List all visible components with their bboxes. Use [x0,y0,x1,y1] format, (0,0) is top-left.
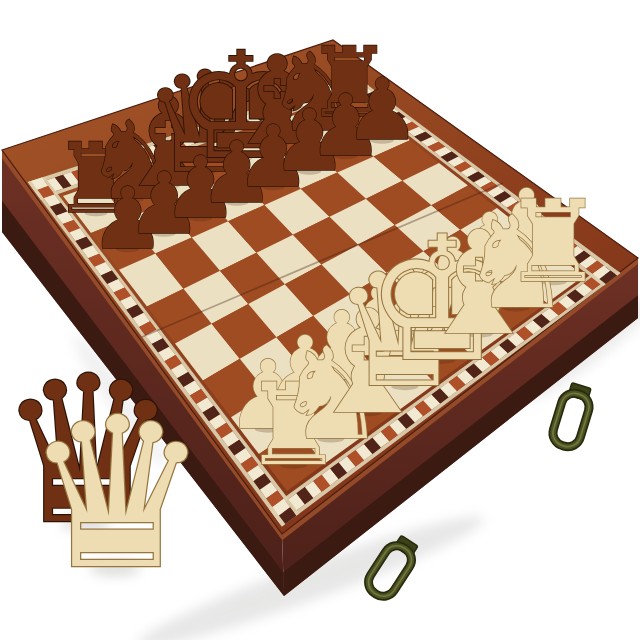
chess-scene-canvas: ♜♞♝♛♚♝♞♜♟♟♟♟♟♟♟♟♟♟♟♟♟♟♟♟♜♞♝♛♚♝♞♜♛♛ [0,0,640,640]
piece-black-p-h7: ♟ [344,60,420,159]
off-board-pieces: ♛♛ [0,333,210,615]
piece-white-r-h1: ♜ [503,176,604,308]
chess-set-product-photo: ♜♞♝♛♚♝♞♜♟♟♟♟♟♟♟♟♟♟♟♟♟♟♟♟♜♞♝♛♚♝♞♜♛♛ [0,0,640,640]
off-board-light-queen: ♛ [24,373,210,615]
